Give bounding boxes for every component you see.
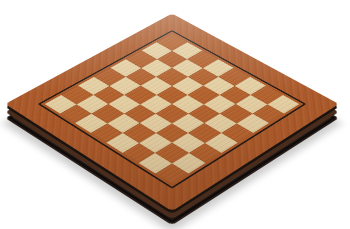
product-photo-stage	[0, 0, 350, 229]
board-top-layer	[54, 0, 290, 222]
chess-board	[45, 34, 300, 184]
board-top-face	[5, 14, 339, 212]
black-trim-line	[38, 30, 307, 189]
